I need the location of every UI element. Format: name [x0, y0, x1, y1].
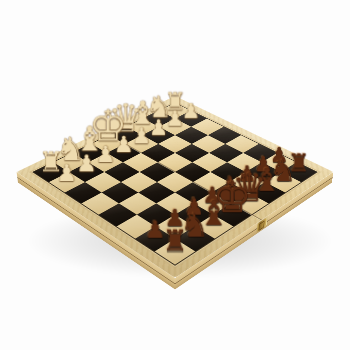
white-pawn-glyph: ♟ [114, 134, 134, 156]
white-pawn-glyph: ♟ [132, 125, 152, 147]
black-rook-glyph: ♜ [162, 226, 188, 255]
white-pawn-glyph: ♟ [95, 143, 115, 166]
white-pawn-glyph: ♟ [76, 152, 97, 175]
white-pawn-glyph: ♟ [149, 117, 168, 138]
product-photo-chess-set: ♜♟♟♜♞♟♟♞♝♟♟♝♛♟♟♛♚♟♟♚♝♟♟♝♞♟♟♞♜♟♟♜ [0, 0, 350, 350]
white-pawn-glyph: ♟ [56, 162, 77, 185]
